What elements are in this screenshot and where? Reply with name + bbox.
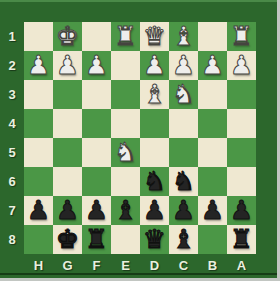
file-label-h: H	[24, 257, 53, 273]
piece-bN-d6: ♞	[140, 167, 169, 196]
square-c3[interactable]: ♞	[169, 80, 198, 109]
file-label-f: F	[82, 257, 111, 273]
piece-bQ-d8: ♛	[140, 225, 169, 254]
square-e6[interactable]	[111, 167, 140, 196]
square-d2[interactable]: ♟	[140, 51, 169, 80]
square-a6[interactable]	[227, 167, 256, 196]
square-d1[interactable]: ♛	[140, 22, 169, 51]
rank-label-7: 7	[0, 196, 24, 225]
outer-edge-right	[277, 0, 280, 281]
square-a1[interactable]: ♜	[227, 22, 256, 51]
piece-bB-c8: ♝	[169, 225, 198, 254]
piece-bB-e7: ♝	[111, 196, 140, 225]
square-g4[interactable]	[53, 109, 82, 138]
square-h2[interactable]: ♟	[24, 51, 53, 80]
piece-bP-h7: ♟	[24, 196, 53, 225]
square-f2[interactable]: ♟	[82, 51, 111, 80]
square-c1[interactable]: ♝	[169, 22, 198, 51]
square-e2[interactable]	[111, 51, 140, 80]
square-f3[interactable]	[82, 80, 111, 109]
square-e4[interactable]	[111, 109, 140, 138]
square-b8[interactable]	[198, 225, 227, 254]
square-b5[interactable]	[198, 138, 227, 167]
piece-wR-e1: ♜	[111, 22, 140, 51]
file-labels: HGFEDCBA	[24, 257, 256, 273]
square-g8[interactable]: ♚	[53, 225, 82, 254]
square-a4[interactable]	[227, 109, 256, 138]
square-c5[interactable]	[169, 138, 198, 167]
square-d3[interactable]: ♝	[140, 80, 169, 109]
square-b4[interactable]	[198, 109, 227, 138]
frame-top-highlight	[0, 0, 280, 2]
square-f4[interactable]	[82, 109, 111, 138]
square-d8[interactable]: ♛	[140, 225, 169, 254]
square-g2[interactable]: ♟	[53, 51, 82, 80]
square-a8[interactable]: ♜	[227, 225, 256, 254]
square-f7[interactable]: ♟	[82, 196, 111, 225]
rank-label-6: 6	[0, 167, 24, 196]
square-b6[interactable]	[198, 167, 227, 196]
square-c7[interactable]: ♟	[169, 196, 198, 225]
square-b7[interactable]: ♟	[198, 196, 227, 225]
file-label-a: A	[227, 257, 256, 273]
rank-label-3: 3	[0, 80, 24, 109]
square-h1[interactable]	[24, 22, 53, 51]
square-b1[interactable]	[198, 22, 227, 51]
chess-board-frame: 12345678 ♚♜♛♝♜♟♟♟♟♟♟♟♝♞♞♞♞♟♟♟♝♟♟♟♟♚♜♛♝♜ …	[0, 0, 280, 281]
piece-wP-c2: ♟	[169, 51, 198, 80]
file-label-e: E	[111, 257, 140, 273]
rank-label-2: 2	[0, 51, 24, 80]
piece-bR-a8: ♜	[227, 225, 256, 254]
square-h6[interactable]	[24, 167, 53, 196]
square-f1[interactable]	[82, 22, 111, 51]
piece-bN-c6: ♞	[169, 167, 198, 196]
square-e7[interactable]: ♝	[111, 196, 140, 225]
square-e3[interactable]	[111, 80, 140, 109]
piece-wP-d2: ♟	[140, 51, 169, 80]
piece-wQ-d1: ♛	[140, 22, 169, 51]
square-f5[interactable]	[82, 138, 111, 167]
square-g6[interactable]	[53, 167, 82, 196]
piece-wP-a2: ♟	[227, 51, 256, 80]
piece-wP-b2: ♟	[198, 51, 227, 80]
piece-bK-g8: ♚	[53, 225, 82, 254]
square-d5[interactable]	[140, 138, 169, 167]
piece-bP-g7: ♟	[53, 196, 82, 225]
rank-label-5: 5	[0, 138, 24, 167]
square-h5[interactable]	[24, 138, 53, 167]
piece-bP-a7: ♟	[227, 196, 256, 225]
piece-wN-e5: ♞	[111, 138, 140, 167]
piece-bP-f7: ♟	[82, 196, 111, 225]
square-d4[interactable]	[140, 109, 169, 138]
square-h4[interactable]	[24, 109, 53, 138]
square-d7[interactable]: ♟	[140, 196, 169, 225]
piece-wR-a1: ♜	[227, 22, 256, 51]
piece-wP-h2: ♟	[24, 51, 53, 80]
square-e1[interactable]: ♜	[111, 22, 140, 51]
file-label-c: C	[169, 257, 198, 273]
square-c8[interactable]: ♝	[169, 225, 198, 254]
square-d6[interactable]: ♞	[140, 167, 169, 196]
piece-wN-c3: ♞	[169, 80, 198, 109]
file-label-d: D	[140, 257, 169, 273]
square-c4[interactable]	[169, 109, 198, 138]
piece-wB-d3: ♝	[140, 80, 169, 109]
square-h3[interactable]	[24, 80, 53, 109]
rank-label-8: 8	[0, 225, 24, 254]
square-b2[interactable]: ♟	[198, 51, 227, 80]
square-b3[interactable]	[198, 80, 227, 109]
square-e8[interactable]	[111, 225, 140, 254]
square-a5[interactable]	[227, 138, 256, 167]
piece-bR-f8: ♜	[82, 225, 111, 254]
file-label-g: G	[53, 257, 82, 273]
frame-bottom-line	[0, 273, 280, 275]
piece-bP-d7: ♟	[140, 196, 169, 225]
square-g5[interactable]	[53, 138, 82, 167]
square-g1[interactable]: ♚	[53, 22, 82, 51]
file-label-b: B	[198, 257, 227, 273]
rank-label-1: 1	[0, 22, 24, 51]
piece-bP-b7: ♟	[198, 196, 227, 225]
square-f6[interactable]	[82, 167, 111, 196]
square-g3[interactable]	[53, 80, 82, 109]
square-c2[interactable]: ♟	[169, 51, 198, 80]
piece-wB-c1: ♝	[169, 22, 198, 51]
square-c6[interactable]: ♞	[169, 167, 198, 196]
chess-board: ♚♜♛♝♜♟♟♟♟♟♟♟♝♞♞♞♞♟♟♟♝♟♟♟♟♚♜♛♝♜	[24, 22, 256, 254]
rank-labels: 12345678	[0, 22, 24, 254]
piece-bP-c7: ♟	[169, 196, 198, 225]
piece-wP-f2: ♟	[82, 51, 111, 80]
square-h8[interactable]	[24, 225, 53, 254]
square-e5[interactable]: ♞	[111, 138, 140, 167]
rank-label-4: 4	[0, 109, 24, 138]
square-a3[interactable]	[227, 80, 256, 109]
square-a2[interactable]: ♟	[227, 51, 256, 80]
piece-wK-g1: ♚	[53, 22, 82, 51]
square-a7[interactable]: ♟	[227, 196, 256, 225]
square-h7[interactable]: ♟	[24, 196, 53, 225]
square-f8[interactable]: ♜	[82, 225, 111, 254]
square-g7[interactable]: ♟	[53, 196, 82, 225]
piece-wP-g2: ♟	[53, 51, 82, 80]
